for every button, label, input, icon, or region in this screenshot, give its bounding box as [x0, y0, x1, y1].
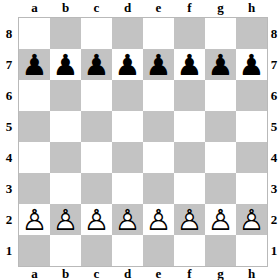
piece-white-pawn[interactable]: ♟♙	[174, 205, 205, 236]
white-pawn-outline: ♙	[143, 205, 174, 236]
square-d7[interactable]: ♟	[112, 49, 143, 80]
file-labels-top: abcdefgh	[18, 0, 268, 17]
corner-bottom-right	[268, 267, 280, 280]
square-f7[interactable]: ♟	[174, 49, 205, 80]
file-label-g: g	[205, 0, 236, 17]
rank-label-4: 4	[268, 142, 280, 173]
square-d8[interactable]	[112, 18, 143, 49]
file-label-f: f	[174, 267, 205, 280]
square-b7[interactable]: ♟	[50, 49, 81, 80]
rank-label-4: 4	[0, 142, 18, 173]
square-h1[interactable]	[236, 235, 267, 266]
square-g5[interactable]	[205, 111, 236, 142]
square-a4[interactable]	[19, 142, 50, 173]
corner-top-right	[268, 0, 280, 17]
square-f4[interactable]	[174, 142, 205, 173]
file-label-c: c	[81, 267, 112, 280]
file-label-g: g	[205, 267, 236, 280]
square-g6[interactable]	[205, 80, 236, 111]
rank-label-7: 7	[0, 49, 18, 80]
square-h3[interactable]	[236, 173, 267, 204]
file-label-h: h	[236, 267, 267, 280]
square-e2[interactable]: ♟♙	[143, 204, 174, 235]
piece-white-pawn[interactable]: ♟♙	[19, 205, 50, 236]
rank-label-6: 6	[268, 80, 280, 111]
file-label-e: e	[143, 0, 174, 17]
rank-label-3: 3	[268, 173, 280, 204]
rank-label-6: 6	[0, 80, 18, 111]
square-f5[interactable]	[174, 111, 205, 142]
rank-label-5: 5	[0, 111, 18, 142]
white-pawn-outline: ♙	[50, 205, 81, 236]
file-labels-bottom: abcdefgh	[18, 267, 268, 280]
rank-label-2: 2	[0, 204, 18, 235]
square-c4[interactable]	[81, 142, 112, 173]
square-d3[interactable]	[112, 173, 143, 204]
square-d2[interactable]: ♟♙	[112, 204, 143, 235]
file-label-d: d	[112, 267, 143, 280]
square-c1[interactable]	[81, 235, 112, 266]
square-g2[interactable]: ♟♙	[205, 204, 236, 235]
white-pawn-outline: ♙	[81, 205, 112, 236]
white-pawn-outline: ♙	[205, 205, 236, 236]
square-a8[interactable]	[19, 18, 50, 49]
square-d1[interactable]	[112, 235, 143, 266]
chess-diagram: abcdefgh 87654321 ♟♟♟♟♟♟♟♟♟♙♟♙♟♙♟♙♟♙♟♙♟♙…	[0, 0, 280, 280]
square-h4[interactable]	[236, 142, 267, 173]
file-label-a: a	[19, 267, 50, 280]
square-c3[interactable]	[81, 173, 112, 204]
piece-white-pawn[interactable]: ♟♙	[50, 205, 81, 236]
square-e4[interactable]	[143, 142, 174, 173]
square-e5[interactable]	[143, 111, 174, 142]
square-d6[interactable]	[112, 80, 143, 111]
square-a1[interactable]	[19, 235, 50, 266]
piece-white-pawn[interactable]: ♟♙	[143, 205, 174, 236]
file-label-c: c	[81, 0, 112, 17]
rank-label-2: 2	[268, 204, 280, 235]
square-h6[interactable]	[236, 80, 267, 111]
square-b6[interactable]	[50, 80, 81, 111]
file-label-f: f	[174, 0, 205, 17]
white-pawn-outline: ♙	[174, 205, 205, 236]
square-c5[interactable]	[81, 111, 112, 142]
piece-black-pawn[interactable]: ♟	[174, 50, 205, 81]
square-h2[interactable]: ♟♙	[236, 204, 267, 235]
square-a6[interactable]	[19, 80, 50, 111]
piece-white-pawn[interactable]: ♟♙	[205, 205, 236, 236]
square-a3[interactable]	[19, 173, 50, 204]
square-a5[interactable]	[19, 111, 50, 142]
rank-label-7: 7	[268, 49, 280, 80]
square-d5[interactable]	[112, 111, 143, 142]
file-label-e: e	[143, 267, 174, 280]
file-label-d: d	[112, 0, 143, 17]
piece-black-pawn[interactable]: ♟	[205, 50, 236, 81]
piece-white-pawn[interactable]: ♟♙	[81, 205, 112, 236]
rank-label-8: 8	[0, 18, 18, 49]
square-e1[interactable]	[143, 235, 174, 266]
square-f1[interactable]	[174, 235, 205, 266]
file-label-b: b	[50, 267, 81, 280]
square-h5[interactable]	[236, 111, 267, 142]
square-f6[interactable]	[174, 80, 205, 111]
white-pawn-outline: ♙	[19, 205, 50, 236]
square-f3[interactable]	[174, 173, 205, 204]
square-g4[interactable]	[205, 142, 236, 173]
piece-black-pawn[interactable]: ♟	[50, 50, 81, 81]
square-e8[interactable]	[143, 18, 174, 49]
square-f2[interactable]: ♟♙	[174, 204, 205, 235]
square-e6[interactable]	[143, 80, 174, 111]
piece-black-pawn[interactable]: ♟	[236, 50, 267, 81]
rank-label-8: 8	[268, 18, 280, 49]
corner-top-left	[0, 0, 18, 17]
square-e3[interactable]	[143, 173, 174, 204]
square-b4[interactable]	[50, 142, 81, 173]
square-b1[interactable]	[50, 235, 81, 266]
square-g3[interactable]	[205, 173, 236, 204]
file-label-h: h	[236, 0, 267, 17]
square-b3[interactable]	[50, 173, 81, 204]
square-d4[interactable]	[112, 142, 143, 173]
square-f8[interactable]	[174, 18, 205, 49]
square-c8[interactable]	[81, 18, 112, 49]
piece-black-pawn[interactable]: ♟	[143, 50, 174, 81]
piece-black-pawn[interactable]: ♟	[112, 50, 143, 81]
rank-label-1: 1	[0, 235, 18, 266]
corner-bottom-left	[0, 267, 18, 280]
piece-white-pawn[interactable]: ♟♙	[236, 205, 267, 236]
square-c7[interactable]: ♟	[81, 49, 112, 80]
square-a7[interactable]: ♟	[19, 49, 50, 80]
rank-labels-left: 87654321	[0, 17, 18, 267]
square-b5[interactable]	[50, 111, 81, 142]
square-e7[interactable]: ♟	[143, 49, 174, 80]
piece-white-pawn[interactable]: ♟♙	[112, 205, 143, 236]
white-pawn-outline: ♙	[236, 205, 267, 236]
rank-label-1: 1	[268, 235, 280, 266]
square-b8[interactable]	[50, 18, 81, 49]
piece-black-pawn[interactable]: ♟	[19, 50, 50, 81]
chess-board[interactable]: ♟♟♟♟♟♟♟♟♟♙♟♙♟♙♟♙♟♙♟♙♟♙♟♙	[18, 17, 268, 267]
rank-labels-right: 87654321	[268, 17, 280, 267]
white-pawn-outline: ♙	[112, 205, 143, 236]
piece-black-pawn[interactable]: ♟	[81, 50, 112, 81]
square-c6[interactable]	[81, 80, 112, 111]
square-h7[interactable]: ♟	[236, 49, 267, 80]
file-label-b: b	[50, 0, 81, 17]
square-a2[interactable]: ♟♙	[19, 204, 50, 235]
square-g1[interactable]	[205, 235, 236, 266]
square-b2[interactable]: ♟♙	[50, 204, 81, 235]
square-c2[interactable]: ♟♙	[81, 204, 112, 235]
square-g8[interactable]	[205, 18, 236, 49]
file-label-a: a	[19, 0, 50, 17]
square-h8[interactable]	[236, 18, 267, 49]
square-g7[interactable]: ♟	[205, 49, 236, 80]
rank-label-3: 3	[0, 173, 18, 204]
rank-label-5: 5	[268, 111, 280, 142]
